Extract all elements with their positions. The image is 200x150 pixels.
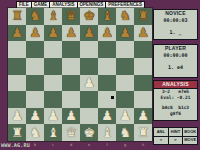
square-b3[interactable]: [26, 91, 44, 108]
square-c3[interactable]: [44, 91, 62, 108]
square-f7[interactable]: ♟: [98, 25, 116, 42]
square-g4[interactable]: [116, 75, 134, 92]
black-pawn: ♟: [62, 26, 80, 39]
white-queen: ♛: [62, 125, 80, 138]
black-knight: ♞: [116, 9, 134, 22]
engine-title: NOVICE: [154, 10, 197, 17]
mouse-cursor: [111, 96, 114, 99]
white-rook: ♜: [134, 125, 152, 138]
square-e6[interactable]: [80, 41, 98, 58]
square-e7[interactable]: ♟: [80, 25, 98, 42]
black-knight: ♞: [26, 9, 44, 22]
white-bishop: ♝: [44, 125, 62, 138]
square-d3[interactable]: [62, 91, 80, 108]
book-button[interactable]: BOOK: [183, 128, 197, 136]
black-pawn: ♟: [134, 26, 152, 39]
file-label: d: [62, 142, 80, 148]
black-pawn: ♟: [8, 26, 26, 39]
square-h2[interactable]: ♟: [134, 108, 152, 125]
square-h5[interactable]: [134, 58, 152, 75]
square-g1[interactable]: ♞: [116, 124, 134, 141]
square-a1[interactable]: ♜: [8, 124, 26, 141]
square-a2[interactable]: ♟: [8, 108, 26, 125]
square-b4[interactable]: [26, 75, 44, 92]
square-h8[interactable]: ♜: [134, 8, 152, 25]
white-pawn: ♟: [80, 76, 98, 89]
square-c2[interactable]: ♟: [44, 108, 62, 125]
player-panel: PLAYER 00:00:00 1. e4: [153, 44, 198, 78]
square-g5[interactable]: [116, 58, 134, 75]
player-clock: 00:00:00: [154, 52, 197, 58]
square-d7[interactable]: ♟: [62, 25, 80, 42]
white-pawn: ♟: [98, 109, 116, 122]
analysis-pv-line2: g8f6: [154, 111, 197, 117]
square-a8[interactable]: ♜: [8, 8, 26, 25]
engine-panel: NOVICE 00:00:03 1. _: [153, 9, 198, 40]
black-bishop: ♝: [44, 9, 62, 22]
white-knight: ♞: [26, 125, 44, 138]
black-pawn: ♟: [116, 26, 134, 39]
white-pawn: ♟: [44, 109, 62, 122]
square-g8[interactable]: ♞: [116, 8, 134, 25]
square-b1[interactable]: ♞: [26, 124, 44, 141]
hint-button[interactable]: HINT: [169, 128, 183, 136]
white-knight: ♞: [116, 125, 134, 138]
white-pawn: ♟: [62, 109, 80, 122]
square-c6[interactable]: [44, 41, 62, 58]
square-h3[interactable]: [134, 91, 152, 108]
square-e4[interactable]: ♟: [80, 75, 98, 92]
square-g7[interactable]: ♟: [116, 25, 134, 42]
square-d8[interactable]: ♛: [62, 8, 80, 25]
black-pawn: ♟: [26, 26, 44, 39]
back-button[interactable]: <: [154, 137, 168, 145]
black-rook: ♜: [134, 9, 152, 22]
square-c7[interactable]: ♟: [44, 25, 62, 42]
black-rook: ♜: [8, 9, 26, 22]
square-b5[interactable]: [26, 58, 44, 75]
square-f1[interactable]: ♝: [98, 124, 116, 141]
square-h6[interactable]: [134, 41, 152, 58]
square-e5[interactable]: [80, 58, 98, 75]
file-label: g: [116, 142, 134, 148]
white-pawn: ♟: [26, 109, 44, 122]
square-c4[interactable]: [44, 75, 62, 92]
control-buttons: ANL HINT BOOK < > MOVE: [153, 127, 198, 145]
forward-button[interactable]: >: [169, 137, 183, 145]
square-d4[interactable]: [62, 75, 80, 92]
site-watermark: WWW.AG.RU: [1, 142, 30, 148]
square-e8[interactable]: ♚: [80, 8, 98, 25]
white-pawn: ♟: [8, 109, 26, 122]
square-f8[interactable]: ♝: [98, 8, 116, 25]
square-b8[interactable]: ♞: [26, 8, 44, 25]
black-king: ♚: [80, 9, 98, 22]
square-f6[interactable]: [98, 41, 116, 58]
white-pawn: ♟: [134, 109, 152, 122]
square-e1[interactable]: ♚: [80, 124, 98, 141]
square-f5[interactable]: [98, 58, 116, 75]
white-king: ♚: [80, 125, 98, 138]
move-button[interactable]: MOVE: [183, 137, 197, 145]
file-label: e: [80, 142, 98, 148]
file-label: c: [44, 142, 62, 148]
square-d2[interactable]: ♟: [62, 108, 80, 125]
engine-clock: 00:00:03: [154, 17, 197, 23]
square-c8[interactable]: ♝: [44, 8, 62, 25]
square-f2[interactable]: ♟: [98, 108, 116, 125]
square-c5[interactable]: [44, 58, 62, 75]
black-pawn: ♟: [98, 26, 116, 39]
square-d1[interactable]: ♛: [62, 124, 80, 141]
square-f4[interactable]: [98, 75, 116, 92]
square-b2[interactable]: ♟: [26, 108, 44, 125]
square-g6[interactable]: [116, 41, 134, 58]
square-h4[interactable]: [134, 75, 152, 92]
square-e2[interactable]: [80, 108, 98, 125]
black-queen: ♛: [62, 9, 80, 22]
file-label: f: [98, 142, 116, 148]
white-pawn: ♟: [116, 109, 134, 122]
square-b6[interactable]: [26, 41, 44, 58]
white-bishop: ♝: [98, 125, 116, 138]
square-g3[interactable]: [116, 91, 134, 108]
square-e3[interactable]: [80, 91, 98, 108]
player-move-line: 1. e4: [154, 64, 197, 71]
black-pawn: ♟: [80, 26, 98, 39]
square-a4[interactable]: [8, 75, 26, 92]
square-b7[interactable]: ♟: [26, 25, 44, 42]
square-h1[interactable]: ♜: [134, 124, 152, 141]
analysis-title: ANALYSIS: [154, 81, 197, 89]
square-g2[interactable]: ♟: [116, 108, 134, 125]
anl-button[interactable]: ANL: [154, 128, 168, 136]
black-pawn: ♟: [44, 26, 62, 39]
square-d6[interactable]: [62, 41, 80, 58]
player-title: PLAYER: [154, 45, 197, 52]
square-f3[interactable]: [98, 91, 116, 108]
chess-board: ♜♞♝♛♚♝♞♜♟♟♟♟♟♟♟♟♟♟♟♟♟♟♟♟♜♞♝♛♚♝♞♜: [8, 8, 152, 141]
black-bishop: ♝: [98, 9, 116, 22]
square-a5[interactable]: [8, 58, 26, 75]
analysis-panel: ANALYSIS 3-2 e7e5 Eval: -0.21 b8c6 b1c3 …: [153, 80, 198, 121]
white-rook: ♜: [8, 125, 26, 138]
square-a6[interactable]: [8, 41, 26, 58]
square-a7[interactable]: ♟: [8, 25, 26, 42]
square-a3[interactable]: [8, 91, 26, 108]
square-c1[interactable]: ♝: [44, 124, 62, 141]
square-h7[interactable]: ♟: [134, 25, 152, 42]
square-d5[interactable]: [62, 58, 80, 75]
engine-move-line: 1. _: [154, 29, 197, 36]
file-label: h: [134, 142, 152, 148]
